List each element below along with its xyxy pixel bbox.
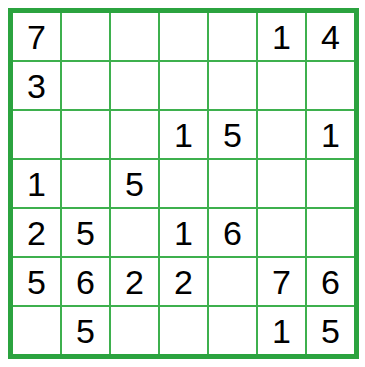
puzzle-grid: 7143151152516562276515	[13, 13, 354, 354]
grid-cell-empty[interactable]	[111, 209, 158, 256]
grid-cell-empty[interactable]	[160, 160, 207, 207]
grid-cell-empty[interactable]	[13, 111, 60, 158]
grid-cell-given[interactable]: 2	[160, 258, 207, 305]
grid-cell-empty[interactable]	[258, 111, 305, 158]
grid-cell-given[interactable]: 5	[13, 258, 60, 305]
grid-cell-empty[interactable]	[62, 62, 109, 109]
grid-cell-empty[interactable]	[307, 62, 354, 109]
grid-cell-given[interactable]: 5	[62, 307, 109, 354]
grid-cell-empty[interactable]	[111, 307, 158, 354]
grid-cell-given[interactable]: 6	[307, 258, 354, 305]
grid-cell-empty[interactable]	[13, 307, 60, 354]
grid-cell-given[interactable]: 5	[111, 160, 158, 207]
grid-cell-given[interactable]: 6	[62, 258, 109, 305]
grid-cell-empty[interactable]	[209, 13, 256, 60]
grid-cell-empty[interactable]	[160, 13, 207, 60]
grid-cell-empty[interactable]	[258, 209, 305, 256]
grid-cell-given[interactable]: 1	[13, 160, 60, 207]
grid-cell-given[interactable]: 5	[307, 307, 354, 354]
grid-cell-empty[interactable]	[258, 160, 305, 207]
puzzle-board: 7143151152516562276515	[8, 8, 359, 359]
grid-cell-empty[interactable]	[111, 111, 158, 158]
grid-cell-given[interactable]: 1	[307, 111, 354, 158]
grid-cell-empty[interactable]	[160, 62, 207, 109]
grid-cell-empty[interactable]	[111, 62, 158, 109]
grid-cell-empty[interactable]	[160, 307, 207, 354]
grid-cell-given[interactable]: 1	[258, 13, 305, 60]
grid-cell-given[interactable]: 2	[13, 209, 60, 256]
grid-cell-given[interactable]: 7	[258, 258, 305, 305]
grid-cell-empty[interactable]	[307, 209, 354, 256]
grid-cell-given[interactable]: 1	[160, 111, 207, 158]
grid-cell-given[interactable]: 3	[13, 62, 60, 109]
grid-cell-given[interactable]: 1	[160, 209, 207, 256]
grid-cell-given[interactable]: 4	[307, 13, 354, 60]
grid-cell-empty[interactable]	[62, 111, 109, 158]
grid-cell-empty[interactable]	[62, 160, 109, 207]
grid-cell-empty[interactable]	[209, 62, 256, 109]
grid-cell-empty[interactable]	[209, 258, 256, 305]
grid-cell-empty[interactable]	[62, 13, 109, 60]
grid-cell-empty[interactable]	[209, 160, 256, 207]
grid-cell-empty[interactable]	[258, 62, 305, 109]
grid-cell-given[interactable]: 1	[258, 307, 305, 354]
grid-cell-given[interactable]: 2	[111, 258, 158, 305]
grid-cell-empty[interactable]	[111, 13, 158, 60]
grid-cell-empty[interactable]	[209, 307, 256, 354]
grid-cell-empty[interactable]	[307, 160, 354, 207]
grid-cell-given[interactable]: 5	[209, 111, 256, 158]
grid-cell-given[interactable]: 6	[209, 209, 256, 256]
grid-cell-given[interactable]: 7	[13, 13, 60, 60]
grid-cell-given[interactable]: 5	[62, 209, 109, 256]
